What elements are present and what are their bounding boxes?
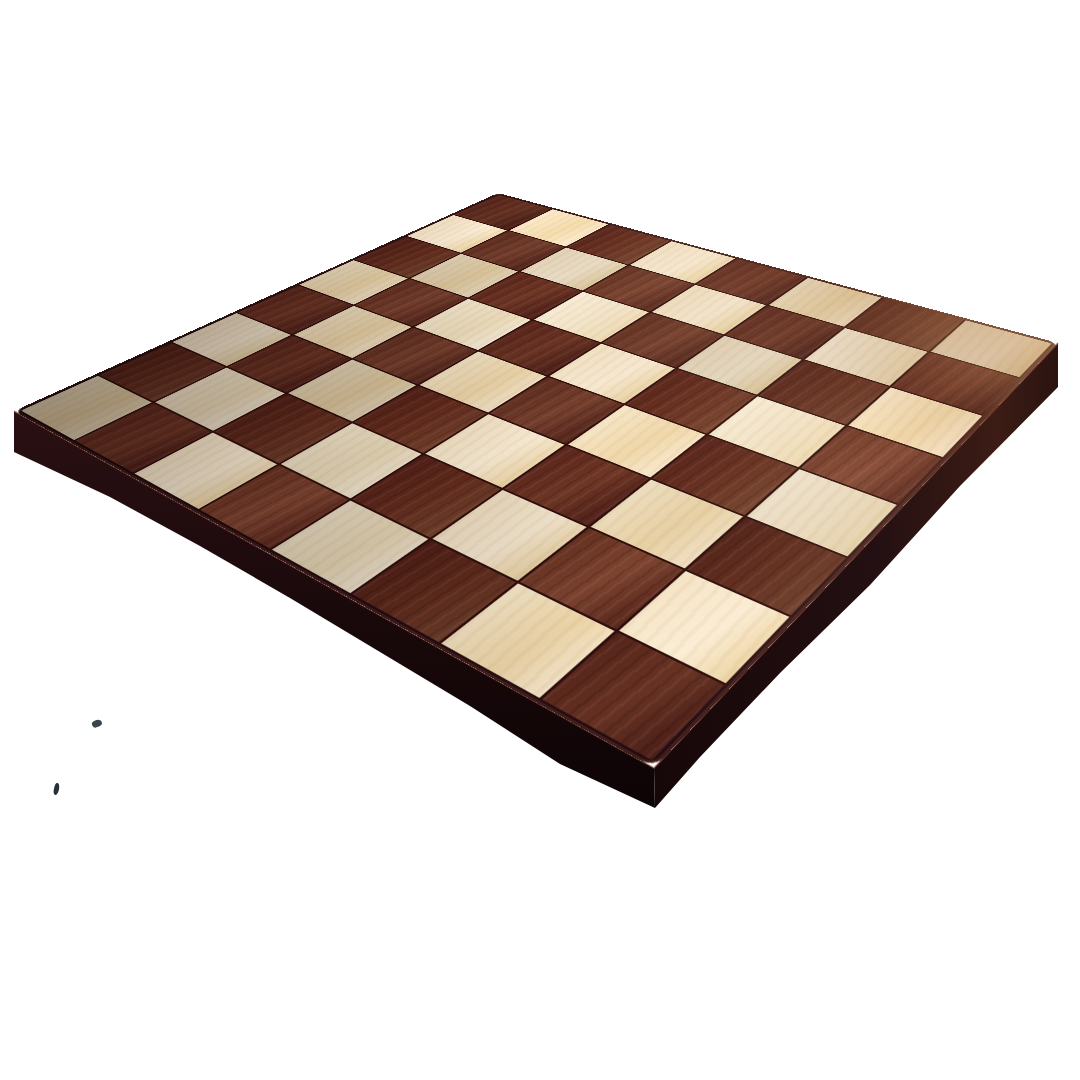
photo-background xyxy=(0,0,1080,1080)
